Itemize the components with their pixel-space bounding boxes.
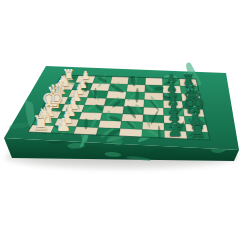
square-g6[interactable]: [142, 122, 164, 130]
square-a4[interactable]: [110, 77, 129, 85]
square-f3[interactable]: [79, 112, 102, 120]
white-pawn-piece[interactable]: ♟: [56, 117, 71, 134]
square-c5[interactable]: [125, 92, 145, 100]
green-pawn-piece[interactable]: ♟: [168, 121, 183, 138]
square-a6[interactable]: [145, 78, 163, 86]
square-d5[interactable]: [124, 99, 144, 107]
green-rook-piece[interactable]: ♜: [189, 120, 207, 140]
square-g3[interactable]: [76, 120, 100, 128]
square-e6[interactable]: [143, 107, 164, 115]
square-g4[interactable]: [98, 120, 121, 128]
white-rook-piece[interactable]: ♜: [32, 113, 50, 133]
product-photo: ♜♟♟♜♞♟♟♞♝♟♟♝♛♟♟♛♚♟♟♚♝♟♟♝♞♟♟♞♜♟♟♜: [0, 0, 240, 240]
